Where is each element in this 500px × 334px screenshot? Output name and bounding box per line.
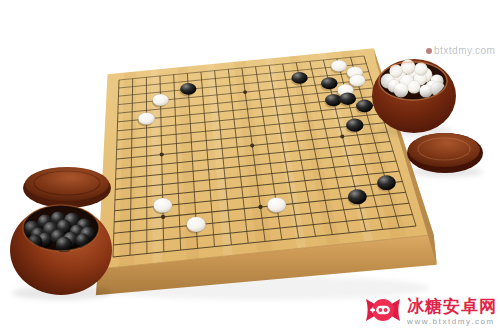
go-photo-stage: btxtdmy.com 冰糖安卓网 www.btxtdmy.com (0, 0, 500, 334)
black-stone (339, 93, 356, 105)
black-stone (292, 72, 308, 84)
star-point (160, 152, 164, 156)
star-point (258, 205, 262, 209)
white-stone (153, 198, 172, 213)
watermark: btxtdmy.com (426, 45, 495, 56)
site-logo: 冰糖安卓网 www.btxtdmy.com (364, 293, 497, 331)
white-stone (331, 60, 347, 72)
go-board-scene (0, 0, 500, 334)
star-point (243, 90, 247, 94)
candy-gamepad-icon (364, 293, 402, 331)
white-stone (267, 197, 286, 212)
white-bowl-lid (407, 133, 483, 177)
black-stone (346, 119, 363, 132)
white-stone (138, 112, 155, 124)
white-stone (152, 94, 168, 106)
black-stone (377, 175, 396, 190)
black-stone (348, 189, 367, 204)
site-name: 冰糖安卓网 (407, 298, 497, 316)
black-stone (321, 77, 337, 89)
black-stone (180, 83, 196, 95)
watermark-dot-icon (426, 48, 432, 54)
white-stone (187, 217, 206, 232)
black-stones-bowl (10, 167, 112, 300)
black-bowl-lid (23, 167, 111, 208)
site-url: www.btxtdmy.com (407, 317, 495, 326)
star-point (340, 134, 344, 138)
black-stone (356, 100, 373, 113)
star-point (161, 215, 165, 219)
star-point (250, 143, 254, 147)
white-stone (349, 75, 365, 87)
watermark-text: btxtdmy.com (434, 45, 495, 56)
